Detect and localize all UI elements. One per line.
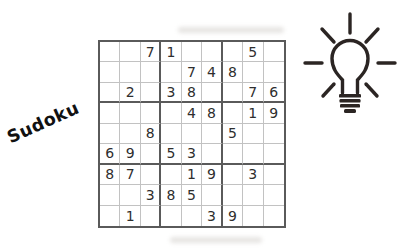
sudoku-grid: 71574823876481985695387193385139 [98, 40, 286, 228]
cell-r9c3[interactable] [141, 206, 161, 226]
cell-r6c4[interactable]: 5 [161, 144, 181, 164]
cell-r8c8[interactable] [243, 185, 263, 205]
cell-r2c1[interactable] [100, 62, 120, 82]
cell-r8c7[interactable] [223, 185, 243, 205]
cell-r8c2[interactable] [120, 185, 140, 205]
cell-r4c2[interactable] [120, 103, 140, 123]
ray-upper-right [366, 29, 378, 42]
cell-r1c8[interactable]: 5 [243, 42, 263, 62]
cell-r9c1[interactable] [100, 206, 120, 226]
cell-r2c9[interactable] [264, 62, 284, 82]
cell-r6c5[interactable]: 3 [182, 144, 202, 164]
cell-r9c4[interactable] [161, 206, 181, 226]
cell-r6c6[interactable] [202, 144, 222, 164]
cell-r3c2[interactable]: 2 [120, 83, 140, 103]
cell-r9c2[interactable]: 1 [120, 206, 140, 226]
cell-r5c1[interactable] [100, 124, 120, 144]
cell-r6c1[interactable]: 6 [100, 144, 120, 164]
cell-r9c7[interactable]: 9 [223, 206, 243, 226]
cell-r2c6[interactable]: 4 [202, 62, 222, 82]
cell-r8c3[interactable]: 3 [141, 185, 161, 205]
cell-r6c9[interactable] [264, 144, 284, 164]
cell-r7c3[interactable] [141, 165, 161, 185]
cell-r3c3[interactable] [141, 83, 161, 103]
cell-r1c1[interactable] [100, 42, 120, 62]
cell-r7c9[interactable] [264, 165, 284, 185]
cell-r4c5[interactable]: 4 [182, 103, 202, 123]
cell-r7c4[interactable] [161, 165, 181, 185]
cell-r4c3[interactable] [141, 103, 161, 123]
cell-r1c4[interactable]: 1 [161, 42, 181, 62]
cell-r8c4[interactable]: 8 [161, 185, 181, 205]
cell-r7c5[interactable]: 1 [182, 165, 202, 185]
cell-r4c4[interactable] [161, 103, 181, 123]
cell-r7c8[interactable]: 3 [243, 165, 263, 185]
cell-r5c4[interactable] [161, 124, 181, 144]
cell-r1c3[interactable]: 7 [141, 42, 161, 62]
cell-r3c8[interactable]: 7 [243, 83, 263, 103]
cell-r5c9[interactable] [264, 124, 284, 144]
cell-r5c6[interactable] [202, 124, 222, 144]
cell-r6c7[interactable] [223, 144, 243, 164]
puzzle-title: Sudoku [4, 98, 82, 147]
cell-r4c8[interactable]: 1 [243, 103, 263, 123]
cell-r7c6[interactable]: 9 [202, 165, 222, 185]
ray-upper-left [322, 29, 334, 42]
cell-r1c5[interactable] [182, 42, 202, 62]
cell-r6c3[interactable] [141, 144, 161, 164]
cell-r8c9[interactable] [264, 185, 284, 205]
cell-r6c2[interactable]: 9 [120, 144, 140, 164]
cell-r1c7[interactable] [223, 42, 243, 62]
cell-r5c2[interactable] [120, 124, 140, 144]
cell-r3c9[interactable]: 6 [264, 83, 284, 103]
cell-r8c6[interactable] [202, 185, 222, 205]
cell-r9c8[interactable] [243, 206, 263, 226]
cell-r3c1[interactable] [100, 83, 120, 103]
cell-r4c7[interactable] [223, 103, 243, 123]
cell-r2c2[interactable] [120, 62, 140, 82]
cell-r4c1[interactable] [100, 103, 120, 123]
cell-r4c9[interactable]: 9 [264, 103, 284, 123]
cell-r1c9[interactable] [264, 42, 284, 62]
cell-r9c9[interactable] [264, 206, 284, 226]
cell-r5c5[interactable] [182, 124, 202, 144]
cell-r3c4[interactable]: 3 [161, 83, 181, 103]
cell-r1c6[interactable] [202, 42, 222, 62]
cell-r8c5[interactable]: 5 [182, 185, 202, 205]
cell-r2c3[interactable] [141, 62, 161, 82]
cell-r9c5[interactable] [182, 206, 202, 226]
cell-r3c7[interactable] [223, 83, 243, 103]
cell-r5c7[interactable]: 5 [223, 124, 243, 144]
cell-r9c6[interactable]: 3 [202, 206, 222, 226]
cell-r5c8[interactable] [243, 124, 263, 144]
watermark-artifact-top [178, 27, 284, 33]
bulb-screw-base [339, 94, 361, 113]
cell-r2c7[interactable]: 8 [223, 62, 243, 82]
cell-r2c5[interactable]: 7 [182, 62, 202, 82]
cell-r7c1[interactable]: 8 [100, 165, 120, 185]
cell-r2c4[interactable] [161, 62, 181, 82]
lightbulb-icon [301, 6, 397, 118]
cell-r7c7[interactable] [223, 165, 243, 185]
cell-r6c8[interactable] [243, 144, 263, 164]
cell-r5c3[interactable]: 8 [141, 124, 161, 144]
cell-r3c6[interactable] [202, 83, 222, 103]
cell-r2c8[interactable] [243, 62, 263, 82]
cell-r4c6[interactable]: 8 [202, 103, 222, 123]
bulb-outline [332, 41, 368, 94]
cell-r3c5[interactable]: 8 [182, 83, 202, 103]
cell-r8c1[interactable] [100, 185, 120, 205]
ray-lower-right [366, 84, 377, 96]
watermark-artifact-bottom [170, 237, 262, 243]
sudoku-diagram: Sudoku 71574823876481985695387193385139 [0, 0, 400, 250]
cell-r1c2[interactable] [120, 42, 140, 62]
ray-lower-left [323, 84, 334, 96]
cell-r7c2[interactable]: 7 [120, 165, 140, 185]
